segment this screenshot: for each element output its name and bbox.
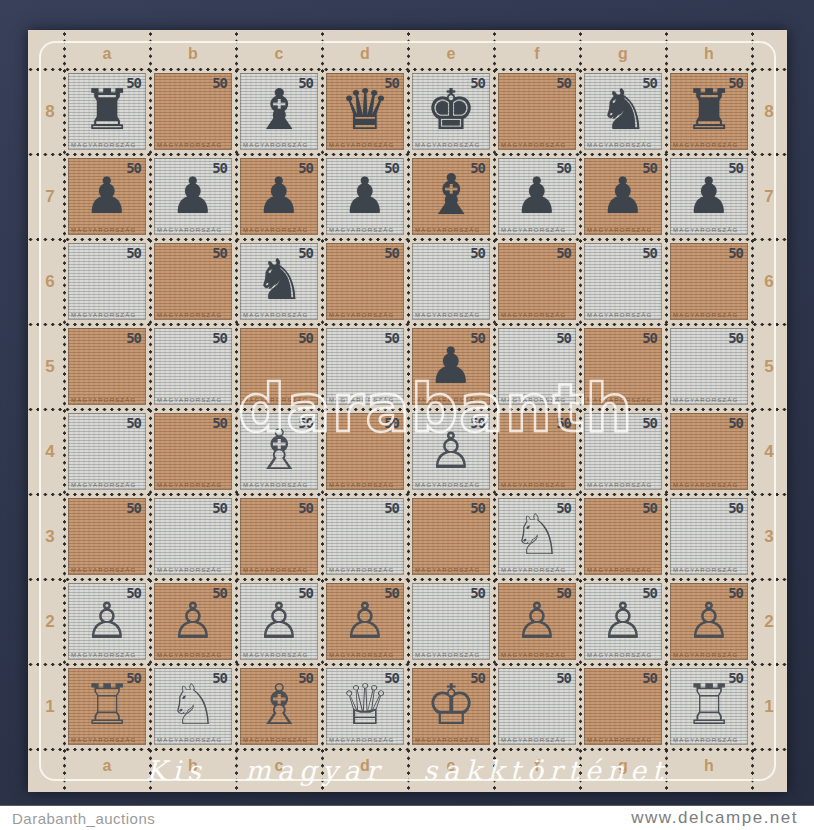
square-e6[interactable]: 50MAGYARORSZÁG — [408, 239, 494, 324]
stamp-country-text: MAGYARORSZÁG — [501, 482, 566, 488]
rank-label-left-4: 4 — [40, 409, 60, 494]
stamp-denomination: 50 — [126, 246, 141, 260]
stamp-country-text: MAGYARORSZÁG — [415, 227, 480, 233]
stamp: 50♟MAGYARORSZÁG — [498, 158, 576, 235]
piece-black-bishop: ♝ — [426, 167, 476, 223]
stamp: 50MAGYARORSZÁG — [326, 498, 404, 575]
stamp-country-text: MAGYARORSZÁG — [329, 227, 394, 233]
stamp-denomination: 50 — [126, 416, 141, 430]
stamp-country-text: MAGYARORSZÁG — [243, 312, 308, 318]
stamp-country-text: MAGYARORSZÁG — [587, 397, 652, 403]
stamp-denomination: 50 — [728, 416, 743, 430]
stamp-country-text: MAGYARORSZÁG — [587, 227, 652, 233]
stamp-denomination: 50 — [470, 586, 485, 600]
rank-label-right-7: 7 — [759, 154, 779, 239]
stamp-country-text: MAGYARORSZÁG — [673, 312, 738, 318]
stamp: 50♟MAGYARORSZÁG — [326, 158, 404, 235]
chess-board: 50♜MAGYARORSZÁG50MAGYARORSZÁG50♝MAGYAROR… — [64, 69, 752, 749]
stamp-country-text: MAGYARORSZÁG — [415, 482, 480, 488]
stamp-denomination: 50 — [126, 501, 141, 515]
piece-black-pawn: ♟ — [429, 340, 474, 390]
file-label-bottom-a: a — [64, 757, 150, 775]
stamp: 50MAGYARORSZÁG — [670, 328, 748, 405]
stamp: 50MAGYARORSZÁG — [154, 328, 232, 405]
file-label-top-g: g — [580, 45, 666, 63]
square-d3[interactable]: 50MAGYARORSZÁG — [322, 494, 408, 579]
stamp: 50♗MAGYARORSZÁG — [240, 668, 318, 745]
stamp-denomination: 50 — [470, 501, 485, 515]
square-b6[interactable]: 50MAGYARORSZÁG — [150, 239, 236, 324]
stamp-country-text: MAGYARORSZÁG — [587, 737, 652, 743]
stamp-denomination: 50 — [728, 246, 743, 260]
square-b2[interactable]: 50♙MAGYARORSZÁG — [150, 579, 236, 664]
square-a8[interactable]: 50♜MAGYARORSZÁG — [64, 69, 150, 154]
piece-black-rook: ♜ — [82, 82, 132, 138]
stamp-country-text: MAGYARORSZÁG — [157, 482, 222, 488]
file-label-top-h: h — [666, 45, 752, 63]
square-g1[interactable]: 50MAGYARORSZÁG — [580, 664, 666, 749]
stamp-country-text: MAGYARORSZÁG — [415, 397, 480, 403]
stamp-denomination: 50 — [642, 671, 657, 685]
stamp: 50♟MAGYARORSZÁG — [68, 158, 146, 235]
stamp-country-text: MAGYARORSZÁG — [329, 482, 394, 488]
stamp-country-text: MAGYARORSZÁG — [415, 312, 480, 318]
stamp-country-text: MAGYARORSZÁG — [501, 567, 566, 573]
piece-white-pawn: ♙ — [171, 595, 216, 645]
piece-black-knight: ♞ — [598, 82, 648, 138]
square-f1[interactable]: 50MAGYARORSZÁG — [494, 664, 580, 749]
stamp: 50MAGYARORSZÁG — [670, 498, 748, 575]
stamp: 50♟MAGYARORSZÁG — [584, 158, 662, 235]
square-d4[interactable]: 50MAGYARORSZÁG — [322, 409, 408, 494]
square-b3[interactable]: 50MAGYARORSZÁG — [150, 494, 236, 579]
square-d6[interactable]: 50MAGYARORSZÁG — [322, 239, 408, 324]
square-g7[interactable]: 50♟MAGYARORSZÁG — [580, 154, 666, 239]
stamp: 50♟MAGYARORSZÁG — [412, 328, 490, 405]
stamp-denomination: 50 — [126, 331, 141, 345]
stamp: 50♙MAGYARORSZÁG — [326, 583, 404, 660]
stamp-country-text: MAGYARORSZÁG — [673, 567, 738, 573]
stamp: 50♙MAGYARORSZÁG — [670, 583, 748, 660]
stamp: 50MAGYARORSZÁG — [498, 73, 576, 150]
stamp-country-text: MAGYARORSZÁG — [71, 567, 136, 573]
stamp: 50MAGYARORSZÁG — [68, 328, 146, 405]
stamp-country-text: MAGYARORSZÁG — [329, 312, 394, 318]
piece-white-bishop: ♗ — [254, 677, 304, 733]
stamp: 50♟MAGYARORSZÁG — [240, 158, 318, 235]
stamp-country-text: MAGYARORSZÁG — [673, 397, 738, 403]
piece-white-pawn: ♙ — [429, 425, 474, 475]
stamp-denomination: 50 — [384, 416, 399, 430]
square-d1[interactable]: 50♕MAGYARORSZÁG — [322, 664, 408, 749]
file-label-top-a: a — [64, 45, 150, 63]
square-a2[interactable]: 50♙MAGYARORSZÁG — [64, 579, 150, 664]
stamp-country-text: MAGYARORSZÁG — [71, 227, 136, 233]
stamp-country-text: MAGYARORSZÁG — [157, 142, 222, 148]
piece-black-pawn: ♟ — [687, 170, 732, 220]
stamp-denomination: 50 — [556, 671, 571, 685]
stamp: 50MAGYARORSZÁG — [326, 243, 404, 320]
stamp: 50♙MAGYARORSZÁG — [584, 583, 662, 660]
stamp: 50♚MAGYARORSZÁG — [412, 73, 490, 150]
square-h3[interactable]: 50MAGYARORSZÁG — [666, 494, 752, 579]
stamp: 50♙MAGYARORSZÁG — [68, 583, 146, 660]
stamp-country-text: MAGYARORSZÁG — [415, 142, 480, 148]
square-b7[interactable]: 50♟MAGYARORSZÁG — [150, 154, 236, 239]
stamp: 50MAGYARORSZÁG — [68, 413, 146, 490]
stamp: 50MAGYARORSZÁG — [498, 243, 576, 320]
piece-black-king: ♚ — [426, 82, 476, 138]
piece-white-pawn: ♙ — [687, 595, 732, 645]
stamp-country-text: MAGYARORSZÁG — [501, 312, 566, 318]
piece-black-knight: ♞ — [254, 252, 304, 308]
file-label-top-b: b — [150, 45, 236, 63]
stamp-country-text: MAGYARORSZÁG — [501, 142, 566, 148]
rank-label-left-6: 6 — [40, 239, 60, 324]
square-a7[interactable]: 50♟MAGYARORSZÁG — [64, 154, 150, 239]
square-c2[interactable]: 50♙MAGYARORSZÁG — [236, 579, 322, 664]
piece-white-bishop: ♗ — [254, 422, 304, 478]
square-a4[interactable]: 50MAGYARORSZÁG — [64, 409, 150, 494]
stamp-country-text: MAGYARORSZÁG — [501, 737, 566, 743]
piece-black-pawn: ♟ — [85, 170, 130, 220]
file-label-top-c: c — [236, 45, 322, 63]
square-d8[interactable]: 50♛MAGYARORSZÁG — [322, 69, 408, 154]
stamp-country-text: MAGYARORSZÁG — [329, 737, 394, 743]
stamp-country-text: MAGYARORSZÁG — [71, 142, 136, 148]
stamp-country-text: MAGYARORSZÁG — [243, 397, 308, 403]
stamp: 50MAGYARORSZÁG — [584, 668, 662, 745]
stamp: 50♔MAGYARORSZÁG — [412, 668, 490, 745]
stamp-country-text: MAGYARORSZÁG — [587, 312, 652, 318]
delcampe-watermark-text: www.delcampe.net — [631, 808, 798, 828]
square-c4[interactable]: 50♗MAGYARORSZÁG — [236, 409, 322, 494]
stamp-country-text: MAGYARORSZÁG — [587, 482, 652, 488]
stamp: 50♛MAGYARORSZÁG — [326, 73, 404, 150]
rank-label-left-3: 3 — [40, 494, 60, 579]
piece-white-king: ♔ — [426, 677, 476, 733]
square-e2[interactable]: 50MAGYARORSZÁG — [408, 579, 494, 664]
stamp-country-text: MAGYARORSZÁG — [673, 142, 738, 148]
square-f6[interactable]: 50MAGYARORSZÁG — [494, 239, 580, 324]
stamp-country-text: MAGYARORSZÁG — [673, 652, 738, 658]
square-g5[interactable]: 50MAGYARORSZÁG — [580, 324, 666, 409]
stamp: 50MAGYARORSZÁG — [412, 583, 490, 660]
stamp-country-text: MAGYARORSZÁG — [587, 652, 652, 658]
stamp-country-text: MAGYARORSZÁG — [415, 567, 480, 573]
square-g3[interactable]: 50MAGYARORSZÁG — [580, 494, 666, 579]
stamp-country-text: MAGYARORSZÁG — [501, 397, 566, 403]
square-g2[interactable]: 50♙MAGYARORSZÁG — [580, 579, 666, 664]
piece-white-pawn: ♙ — [343, 595, 388, 645]
stamp: 50♞MAGYARORSZÁG — [240, 243, 318, 320]
piece-white-pawn: ♙ — [515, 595, 560, 645]
stamp: 50MAGYARORSZÁG — [584, 498, 662, 575]
stamp-country-text: MAGYARORSZÁG — [71, 652, 136, 658]
rank-label-left-2: 2 — [40, 579, 60, 664]
square-d7[interactable]: 50♟MAGYARORSZÁG — [322, 154, 408, 239]
piece-white-rook: ♖ — [82, 677, 132, 733]
stamp: 50♕MAGYARORSZÁG — [326, 668, 404, 745]
stamp-country-text: MAGYARORSZÁG — [71, 737, 136, 743]
square-f3[interactable]: 50♘MAGYARORSZÁG — [494, 494, 580, 579]
stamp: 50♝MAGYARORSZÁG — [240, 73, 318, 150]
stamp-country-text: MAGYARORSZÁG — [71, 397, 136, 403]
square-h8[interactable]: 50♜MAGYARORSZÁG — [666, 69, 752, 154]
rank-label-right-2: 2 — [759, 579, 779, 664]
stamp: 50♙MAGYARORSZÁG — [240, 583, 318, 660]
stamp-country-text: MAGYARORSZÁG — [673, 482, 738, 488]
stamp: 50MAGYARORSZÁG — [154, 413, 232, 490]
piece-black-pawn: ♟ — [601, 170, 646, 220]
stamp-denomination: 50 — [728, 501, 743, 515]
stamp: 50MAGYARORSZÁG — [240, 498, 318, 575]
photo-background: 50♜MAGYARORSZÁG50MAGYARORSZÁG50♝MAGYAROR… — [0, 0, 814, 830]
rank-label-right-1: 1 — [759, 664, 779, 749]
square-e7[interactable]: 50♝MAGYARORSZÁG — [408, 154, 494, 239]
piece-white-knight: ♘ — [168, 677, 218, 733]
stamp: 50♘MAGYARORSZÁG — [154, 668, 232, 745]
stamp: 50♙MAGYARORSZÁG — [412, 413, 490, 490]
stamp-country-text: MAGYARORSZÁG — [157, 227, 222, 233]
piece-black-pawn: ♟ — [257, 170, 302, 220]
square-e8[interactable]: 50♚MAGYARORSZÁG — [408, 69, 494, 154]
piece-black-pawn: ♟ — [515, 170, 560, 220]
square-a3[interactable]: 50MAGYARORSZÁG — [64, 494, 150, 579]
stamp: 50MAGYARORSZÁG — [670, 243, 748, 320]
stamp-country-text: MAGYARORSZÁG — [243, 482, 308, 488]
stamp-denomination: 50 — [470, 246, 485, 260]
stamp-country-text: MAGYARORSZÁG — [329, 567, 394, 573]
stamp-country-text: MAGYARORSZÁG — [243, 652, 308, 658]
stamp-denomination: 50 — [556, 331, 571, 345]
square-f7[interactable]: 50♟MAGYARORSZÁG — [494, 154, 580, 239]
square-a1[interactable]: 50♖MAGYARORSZÁG — [64, 664, 150, 749]
square-f4[interactable]: 50MAGYARORSZÁG — [494, 409, 580, 494]
stamp: 50♟MAGYARORSZÁG — [670, 158, 748, 235]
piece-white-pawn: ♙ — [85, 595, 130, 645]
stamp: 50♟MAGYARORSZÁG — [154, 158, 232, 235]
stamp-country-text: MAGYARORSZÁG — [157, 567, 222, 573]
square-b8[interactable]: 50MAGYARORSZÁG — [150, 69, 236, 154]
stamp: 50MAGYARORSZÁG — [670, 413, 748, 490]
square-d2[interactable]: 50♙MAGYARORSZÁG — [322, 579, 408, 664]
stamp: 50MAGYARORSZÁG — [584, 413, 662, 490]
square-f5[interactable]: 50MAGYARORSZÁG — [494, 324, 580, 409]
stamp: 50MAGYARORSZÁG — [584, 328, 662, 405]
stamp-denomination: 50 — [556, 246, 571, 260]
piece-black-bishop: ♝ — [254, 82, 304, 138]
stamp-denomination: 50 — [642, 416, 657, 430]
stamp-denomination: 50 — [728, 331, 743, 345]
stamp: 50MAGYARORSZÁG — [498, 413, 576, 490]
square-a6[interactable]: 50MAGYARORSZÁG — [64, 239, 150, 324]
stamp-country-text: MAGYARORSZÁG — [243, 567, 308, 573]
file-label-top-d: d — [322, 45, 408, 63]
square-b5[interactable]: 50MAGYARORSZÁG — [150, 324, 236, 409]
stamp-denomination: 50 — [384, 246, 399, 260]
stamp-country-text: MAGYARORSZÁG — [673, 737, 738, 743]
square-a5[interactable]: 50MAGYARORSZÁG — [64, 324, 150, 409]
stamp-country-text: MAGYARORSZÁG — [243, 737, 308, 743]
rank-label-right-6: 6 — [759, 239, 779, 324]
stamp-denomination: 50 — [384, 331, 399, 345]
stamp: 50♜MAGYARORSZÁG — [68, 73, 146, 150]
piece-black-pawn: ♟ — [171, 170, 216, 220]
stamp-country-text: MAGYARORSZÁG — [415, 737, 480, 743]
stamp-country-text: MAGYARORSZÁG — [587, 567, 652, 573]
stamp: 50MAGYARORSZÁG — [326, 413, 404, 490]
square-c3[interactable]: 50MAGYARORSZÁG — [236, 494, 322, 579]
stamp: 50MAGYARORSZÁG — [498, 328, 576, 405]
stamp: 50MAGYARORSZÁG — [68, 498, 146, 575]
square-c5[interactable]: 50MAGYARORSZÁG — [236, 324, 322, 409]
stamp: 50MAGYARORSZÁG — [326, 328, 404, 405]
square-c6[interactable]: 50♞MAGYARORSZÁG — [236, 239, 322, 324]
stamp: 50♙MAGYARORSZÁG — [498, 583, 576, 660]
square-c1[interactable]: 50♗MAGYARORSZÁG — [236, 664, 322, 749]
stamp-country-text: MAGYARORSZÁG — [673, 227, 738, 233]
stamp-sheet: 50♜MAGYARORSZÁG50MAGYARORSZÁG50♝MAGYAROR… — [28, 30, 787, 792]
rank-label-left-5: 5 — [40, 324, 60, 409]
stamp: 50MAGYARORSZÁG — [240, 328, 318, 405]
square-g8[interactable]: 50♞MAGYARORSZÁG — [580, 69, 666, 154]
stamp: 50♙MAGYARORSZÁG — [154, 583, 232, 660]
stamp-denomination: 50 — [298, 501, 313, 515]
square-h4[interactable]: 50MAGYARORSZÁG — [666, 409, 752, 494]
stamp-country-text: MAGYARORSZÁG — [157, 652, 222, 658]
piece-white-queen: ♕ — [340, 677, 390, 733]
stamp: 50♘MAGYARORSZÁG — [498, 498, 576, 575]
square-b1[interactable]: 50♘MAGYARORSZÁG — [150, 664, 236, 749]
square-h6[interactable]: 50MAGYARORSZÁG — [666, 239, 752, 324]
square-h2[interactable]: 50♙MAGYARORSZÁG — [666, 579, 752, 664]
stamp: 50♝MAGYARORSZÁG — [412, 158, 490, 235]
stamp-country-text: MAGYARORSZÁG — [157, 737, 222, 743]
rank-label-right-8: 8 — [759, 69, 779, 154]
square-f2[interactable]: 50♙MAGYARORSZÁG — [494, 579, 580, 664]
square-e4[interactable]: 50♙MAGYARORSZÁG — [408, 409, 494, 494]
stamp-denomination: 50 — [212, 331, 227, 345]
stamp-country-text: MAGYARORSZÁG — [243, 227, 308, 233]
caption-strip: Darabanth_auctions www.delcampe.net — [0, 805, 814, 830]
rank-label-right-3: 3 — [759, 494, 779, 579]
stamp: 50MAGYARORSZÁG — [154, 243, 232, 320]
piece-black-rook: ♜ — [684, 82, 734, 138]
stamp: 50♖MAGYARORSZÁG — [68, 668, 146, 745]
piece-black-queen: ♛ — [340, 82, 390, 138]
stamp: 50MAGYARORSZÁG — [584, 243, 662, 320]
stamp-denomination: 50 — [212, 76, 227, 90]
piece-white-pawn: ♙ — [257, 595, 302, 645]
stamp-denomination: 50 — [384, 501, 399, 515]
square-g4[interactable]: 50MAGYARORSZÁG — [580, 409, 666, 494]
rank-label-right-5: 5 — [759, 324, 779, 409]
square-d5[interactable]: 50MAGYARORSZÁG — [322, 324, 408, 409]
square-f8[interactable]: 50MAGYARORSZÁG — [494, 69, 580, 154]
file-label-top-e: e — [408, 45, 494, 63]
square-b4[interactable]: 50MAGYARORSZÁG — [150, 409, 236, 494]
square-e1[interactable]: 50♔MAGYARORSZÁG — [408, 664, 494, 749]
stamp-country-text: MAGYARORSZÁG — [329, 652, 394, 658]
stamp-denomination: 50 — [556, 416, 571, 430]
stamp-denomination: 50 — [642, 501, 657, 515]
rank-label-left-8: 8 — [40, 69, 60, 154]
square-c7[interactable]: 50♟MAGYARORSZÁG — [236, 154, 322, 239]
stamp: 50MAGYARORSZÁG — [412, 243, 490, 320]
stamp-denomination: 50 — [642, 246, 657, 260]
stamp-country-text: MAGYARORSZÁG — [157, 397, 222, 403]
stamp-country-text: MAGYARORSZÁG — [329, 142, 394, 148]
stamp-country-text: MAGYARORSZÁG — [157, 312, 222, 318]
stamp: 50♜MAGYARORSZÁG — [670, 73, 748, 150]
stamp: 50♖MAGYARORSZÁG — [670, 668, 748, 745]
stamp-country-text: MAGYARORSZÁG — [243, 142, 308, 148]
stamp: 50MAGYARORSZÁG — [154, 498, 232, 575]
square-g6[interactable]: 50MAGYARORSZÁG — [580, 239, 666, 324]
stamp-denomination: 50 — [212, 416, 227, 430]
piece-white-knight: ♘ — [512, 507, 562, 563]
rank-label-right-4: 4 — [759, 409, 779, 494]
stamp-country-text: MAGYARORSZÁG — [501, 227, 566, 233]
stamp-country-text: MAGYARORSZÁG — [71, 312, 136, 318]
rank-label-left-7: 7 — [40, 154, 60, 239]
stamp-denomination: 50 — [212, 501, 227, 515]
stamp-country-text: MAGYARORSZÁG — [501, 652, 566, 658]
auction-watermark-text: Darabanth_auctions — [12, 810, 155, 827]
stamp: 50MAGYARORSZÁG — [154, 73, 232, 150]
square-e5[interactable]: 50♟MAGYARORSZÁG — [408, 324, 494, 409]
stamp-denomination: 50 — [212, 246, 227, 260]
square-e3[interactable]: 50MAGYARORSZÁG — [408, 494, 494, 579]
square-c8[interactable]: 50♝MAGYARORSZÁG — [236, 69, 322, 154]
piece-white-pawn: ♙ — [601, 595, 646, 645]
stamp: 50♗MAGYARORSZÁG — [240, 413, 318, 490]
stamp: 50MAGYARORSZÁG — [498, 668, 576, 745]
file-label-top-f: f — [494, 45, 580, 63]
rank-label-left-1: 1 — [40, 664, 60, 749]
stamp-denomination: 50 — [298, 331, 313, 345]
stamp: 50MAGYARORSZÁG — [412, 498, 490, 575]
stamp: 50MAGYARORSZÁG — [68, 243, 146, 320]
stamp-denomination: 50 — [642, 331, 657, 345]
stamp-country-text: MAGYARORSZÁG — [587, 142, 652, 148]
stamp-country-text: MAGYARORSZÁG — [71, 482, 136, 488]
square-h7[interactable]: 50♟MAGYARORSZÁG — [666, 154, 752, 239]
piece-white-rook: ♖ — [684, 677, 734, 733]
square-h5[interactable]: 50MAGYARORSZÁG — [666, 324, 752, 409]
stamp-denomination: 50 — [556, 76, 571, 90]
file-label-bottom-h: h — [666, 757, 752, 775]
piece-black-pawn: ♟ — [343, 170, 388, 220]
square-h1[interactable]: 50♖MAGYARORSZÁG — [666, 664, 752, 749]
sheet-inscription: Kis magyar sakktörténet — [146, 755, 669, 786]
stamp: 50♞MAGYARORSZÁG — [584, 73, 662, 150]
stamp-country-text: MAGYARORSZÁG — [329, 397, 394, 403]
stamp-country-text: MAGYARORSZÁG — [415, 652, 480, 658]
